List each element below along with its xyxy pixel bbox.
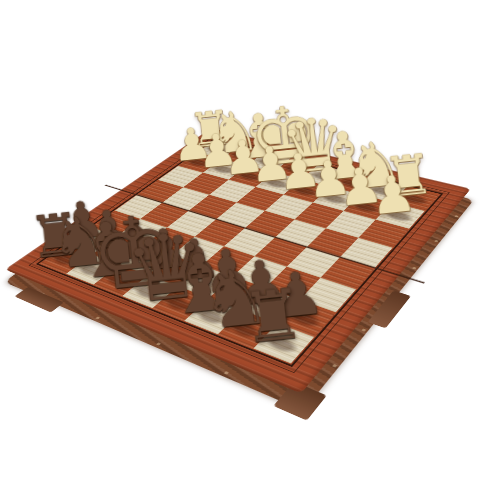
scene: ♜♞♝♛♚♝♞♜♟♟♟♟♟♟♟♟♟♟♟♟♟♟♟♟♜♞♝♛♚♝♞♜	[60, 43, 429, 412]
chess-set-photo: ♜♞♝♛♚♝♞♜♟♟♟♟♟♟♟♟♟♟♟♟♟♟♟♟♜♞♝♛♚♝♞♜	[60, 43, 429, 412]
pieces-layer: ♜♞♝♛♚♝♞♜♟♟♟♟♟♟♟♟♟♟♟♟♟♟♟♟♜♞♝♛♚♝♞♜	[40, 140, 439, 364]
chess-board: ♜♞♝♛♚♝♞♜♟♟♟♟♟♟♟♟♟♟♟♟♟♟♟♟♜♞♝♛♚♝♞♜	[5, 128, 471, 394]
